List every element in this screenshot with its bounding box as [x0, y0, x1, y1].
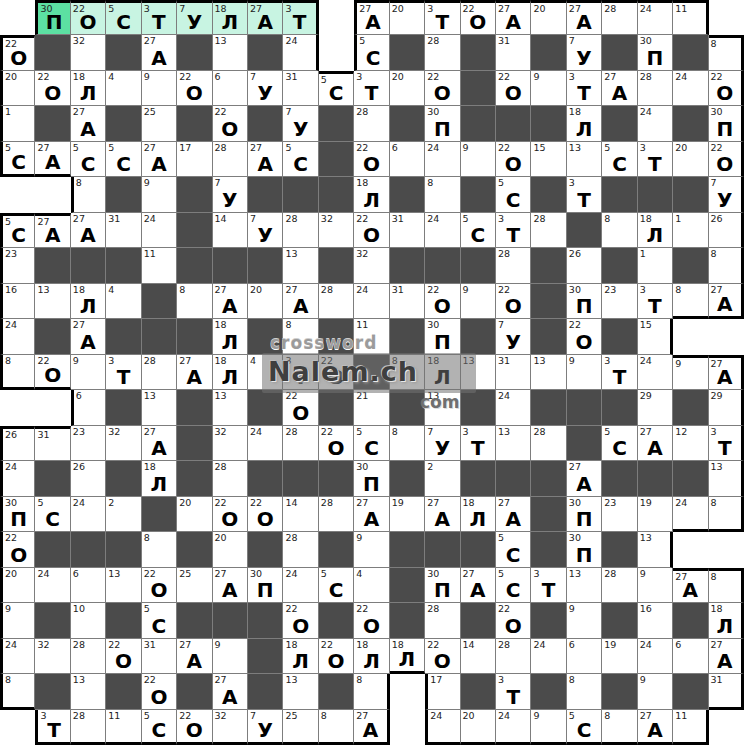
cell-r17-c10[interactable]: 22О	[354, 603, 389, 638]
cell-r6-c4[interactable]: 24	[142, 213, 177, 248]
cell-r18-c3[interactable]: 22О	[106, 639, 141, 674]
cell-r11-c10[interactable]: 21	[354, 390, 389, 425]
cell-r4-c14[interactable]: 22О	[496, 142, 531, 177]
cell-r2-c9[interactable]: 5С	[319, 71, 354, 106]
cell-r8-c12[interactable]: 22О	[425, 284, 460, 319]
cell-r16-c10[interactable]: 4	[354, 568, 389, 603]
cell-r18-c18[interactable]: 24	[638, 639, 673, 674]
cell-r20-c13[interactable]: 20	[461, 710, 496, 745]
cell-r7-c18[interactable]: 1	[638, 248, 673, 283]
cell-r12-c7[interactable]: 24	[248, 426, 283, 461]
cell-r5-c4[interactable]: 9	[142, 177, 177, 212]
cell-r6-c6[interactable]: 14	[213, 213, 248, 248]
cell-r6-c12[interactable]: 24	[425, 213, 460, 248]
cell-r20-c16[interactable]: 5С	[567, 710, 602, 745]
cell-r11-c2[interactable]: 6	[71, 390, 106, 425]
cell-r12-c20[interactable]: 3Т	[709, 426, 744, 461]
cell-r6-c18[interactable]: 18Л	[638, 213, 673, 248]
cell-r3-c4[interactable]: 25	[142, 106, 177, 141]
cell-r11-c18[interactable]: 29	[638, 390, 673, 425]
cell-r16-c16[interactable]: 13	[567, 568, 602, 603]
cell-r17-c16[interactable]: 9	[567, 603, 602, 638]
cell-r19-c6[interactable]: 27А	[213, 674, 248, 709]
cell-r4-c19[interactable]: 20	[673, 142, 708, 177]
cell-r17-c20[interactable]: 18Л	[709, 603, 744, 638]
cell-r14-c11[interactable]: 19	[390, 497, 425, 532]
cell-r11-c14[interactable]: 24	[496, 390, 531, 425]
cell-r6-c3[interactable]: 31	[106, 213, 141, 248]
cell-r6-c13[interactable]: 5С	[461, 213, 496, 248]
cell-r16-c13[interactable]: 27А	[461, 568, 496, 603]
cell-r4-c1[interactable]: 27А	[35, 142, 70, 177]
clue-cell-6[interactable]: 27А	[248, 0, 283, 35]
cell-r1-c0[interactable]: 22О	[0, 35, 35, 70]
cell-r18-c10[interactable]: 18Л	[354, 639, 389, 674]
cell-r16-c6[interactable]: 27А	[213, 568, 248, 603]
cell-r19-c2[interactable]: 13	[71, 674, 106, 709]
cell-r16-c2[interactable]: 6	[71, 568, 106, 603]
cell-r4-c2[interactable]: 5С	[71, 142, 106, 177]
cell-r14-c3[interactable]: 2	[106, 497, 141, 532]
cell-r7-c16[interactable]: 26	[567, 248, 602, 283]
cell-r14-c13[interactable]: 18Л	[461, 497, 496, 532]
cell-r17-c0[interactable]: 9	[0, 603, 35, 638]
cell-r17-c4[interactable]: 5С	[142, 603, 177, 638]
cell-r6-c14[interactable]: 3Т	[496, 213, 531, 248]
cell-r15-c14[interactable]: 5С	[496, 532, 531, 567]
cell-r12-c11[interactable]: 8	[390, 426, 425, 461]
cell-r3-c2[interactable]: 27А	[71, 106, 106, 141]
cell-r19-c12[interactable]: 17	[425, 674, 460, 709]
cell-r8-c11[interactable]: 31	[390, 284, 425, 319]
cell-r18-c19[interactable]: 6	[673, 639, 708, 674]
cell-r18-c15[interactable]: 24	[531, 639, 566, 674]
cell-r16-c4[interactable]: 22О	[142, 568, 177, 603]
cell-r2-c18[interactable]: 28	[638, 71, 673, 106]
cell-r10-c3[interactable]: 3Т	[106, 355, 141, 390]
cell-r1-c14[interactable]: 31	[496, 35, 531, 70]
cell-r12-c12[interactable]: 7У	[425, 426, 460, 461]
cell-r8-c20[interactable]: 27А	[709, 284, 744, 319]
cell-r18-c8[interactable]: 18Л	[283, 639, 318, 674]
cell-r1-c4[interactable]: 27А	[142, 35, 177, 70]
cell-r19-c16[interactable]: 8	[567, 674, 602, 709]
cell-r13-c2[interactable]: 26	[71, 461, 106, 496]
cell-r20-c1[interactable]: 3Т	[35, 710, 70, 745]
cell-r10-c16[interactable]: 9	[567, 355, 602, 390]
cell-r14-c1[interactable]: 5С	[35, 497, 70, 532]
cell-r19-c14[interactable]: 3Т	[496, 674, 531, 709]
cell-r9-c16[interactable]: 22О	[567, 319, 602, 354]
cell-r8-c9[interactable]: 28	[319, 284, 354, 319]
cell-r12-c15[interactable]: 28	[531, 426, 566, 461]
cell-r2-c15[interactable]: 9	[531, 71, 566, 106]
cell-r20-c12[interactable]: 24	[425, 710, 460, 745]
cell-r20-c9[interactable]: 8	[319, 710, 354, 745]
cell-r20-c4[interactable]: 5С	[142, 710, 177, 745]
cell-r19-c8[interactable]: 13	[283, 674, 318, 709]
cell-r3-c12[interactable]: 30П	[425, 106, 460, 141]
cell-r16-c18[interactable]: 9	[638, 568, 673, 603]
clue-cell-3[interactable]: 3Т	[142, 0, 177, 35]
cell-r6-c20[interactable]: 26	[709, 213, 744, 248]
cell-r9-c0[interactable]: 24	[0, 319, 35, 354]
cell-r12-c14[interactable]: 13	[496, 426, 531, 461]
cell-r20-c14[interactable]: 24	[496, 710, 531, 745]
cell-r8-c1[interactable]: 13	[35, 284, 70, 319]
cell-r13-c16[interactable]: 27А	[567, 461, 602, 496]
cell-r2-c20[interactable]: 22О	[709, 71, 744, 106]
cell-r2-c1[interactable]: 22О	[35, 71, 70, 106]
cell-r8-c6[interactable]: 27А	[213, 284, 248, 319]
cell-r14-c12[interactable]: 27А	[425, 497, 460, 532]
cell-r9-c14[interactable]: 7У	[496, 319, 531, 354]
cell-r2-c16[interactable]: 3Т	[567, 71, 602, 106]
cell-r8-c5[interactable]: 8	[177, 284, 212, 319]
cell-r20-c15[interactable]: 9	[531, 710, 566, 745]
cell-r8-c10[interactable]: 24	[354, 284, 389, 319]
cell-letter: О	[363, 616, 380, 638]
cell-r12-c13[interactable]: 3Т	[461, 426, 496, 461]
cell-r2-c0[interactable]: 20	[0, 71, 35, 106]
cell-r4-c7[interactable]: 27А	[248, 142, 283, 177]
cell-r20-c7[interactable]: 7У	[248, 710, 283, 745]
cell-r13-c4[interactable]: 18Л	[142, 461, 177, 496]
cell-r18-c5[interactable]: 27А	[177, 639, 212, 674]
cell-r17-c2[interactable]: 10	[71, 603, 106, 638]
cell-r3-c0[interactable]: 1	[0, 106, 35, 141]
cell-r8-c3[interactable]: 4	[106, 284, 141, 319]
cell-r11-c4[interactable]: 13	[142, 390, 177, 425]
cell-r17-c12[interactable]: 28	[425, 603, 460, 638]
cell-r14-c6[interactable]: 22О	[213, 497, 248, 532]
cell-r4-c16[interactable]: 13	[567, 142, 602, 177]
cell-r1-c20[interactable]: 8	[709, 35, 744, 70]
clue-cell-5[interactable]: 18Л	[213, 0, 248, 35]
cell-r12-c10[interactable]: 5С	[354, 426, 389, 461]
cell-r2-c4[interactable]: 9	[142, 71, 177, 106]
cell-r16-c19[interactable]: 27А	[673, 568, 708, 603]
cell-r13-c6[interactable]: 28	[213, 461, 248, 496]
cell-r18-c16[interactable]: 6	[567, 639, 602, 674]
cell-r16-c14[interactable]: 5С	[496, 568, 531, 603]
cell-r9-c18[interactable]: 15	[638, 319, 673, 354]
cell-r9-c2[interactable]: 27А	[71, 319, 106, 354]
cell-r12-c0[interactable]: 26	[0, 426, 35, 461]
cell-r8-c14[interactable]: 22О	[496, 284, 531, 319]
cell-r14-c17[interactable]: 23	[602, 497, 637, 532]
cell-r6-c15[interactable]: 28	[531, 213, 566, 248]
cell-r18-c11[interactable]: 18Л	[390, 639, 425, 674]
cell-r1-c10[interactable]: 5С	[354, 35, 389, 70]
cell-r14-c2[interactable]: 24	[71, 497, 106, 532]
cell-r10-c17[interactable]: 3Т	[602, 355, 637, 390]
cell-r2-c17[interactable]: 27А	[602, 71, 637, 106]
cell-r3-c18[interactable]: 24	[638, 106, 673, 141]
cell-r10-c2[interactable]: 9	[71, 355, 106, 390]
cell-r1-c16[interactable]: 7У	[567, 35, 602, 70]
cell-number: 28	[215, 142, 227, 153]
cell-r16-c5[interactable]: 25	[177, 568, 212, 603]
cell-r16-c8[interactable]: 24	[283, 568, 318, 603]
cell-r5-c10[interactable]: 18Л	[354, 177, 389, 212]
cell-r10-c19[interactable]: 9	[673, 355, 708, 390]
cell-r10-c5[interactable]: 27А	[177, 355, 212, 390]
cell-r5-c16[interactable]: 3Т	[567, 177, 602, 212]
cell-r19-c20[interactable]: 31	[709, 674, 744, 709]
cell-r6-c8[interactable]: 28	[283, 213, 318, 248]
cell-r1-c18[interactable]: 30П	[638, 35, 673, 70]
cell-r10-c15[interactable]: 13	[531, 355, 566, 390]
cell-r9-c12[interactable]: 30П	[425, 319, 460, 354]
clue-cell-2[interactable]: 5С	[106, 0, 141, 35]
cell-r6-c17[interactable]: 8	[602, 213, 637, 248]
cell-r2-c7[interactable]: 7У	[248, 71, 283, 106]
cell-r5-c2[interactable]: 8	[71, 177, 106, 212]
cell-r13-c10[interactable]: 30П	[354, 461, 389, 496]
cell-r18-c0[interactable]: 24	[0, 639, 35, 674]
cell-r11-c8[interactable]: 22О	[283, 390, 318, 425]
cell-r8-c17[interactable]: 23	[602, 284, 637, 319]
cell-r14-c8[interactable]: 14	[283, 497, 318, 532]
cell-r2-c8[interactable]: 31	[283, 71, 318, 106]
cell-r15-c10[interactable]: 9	[354, 532, 389, 567]
cell-r16-c7[interactable]: 30П	[248, 568, 283, 603]
cell-r13-c0[interactable]: 24	[0, 461, 35, 496]
cell-r20-c18[interactable]: 27А	[638, 710, 673, 745]
cell-r18-c4[interactable]: 31	[142, 639, 177, 674]
cell-r7-c14[interactable]: 28	[496, 248, 531, 283]
cell-r14-c10[interactable]: 27А	[354, 497, 389, 532]
cell-r18-c2[interactable]: 28	[71, 639, 106, 674]
cell-r17-c14[interactable]: 22О	[496, 603, 531, 638]
cell-r18-c17[interactable]: 19	[602, 639, 637, 674]
cell-r1-c6[interactable]: 13	[213, 35, 248, 70]
cell-r14-c18[interactable]: 19	[638, 497, 673, 532]
cell-r4-c10[interactable]: 22О	[354, 142, 389, 177]
cell-r0-c12[interactable]: 3Т	[425, 0, 460, 35]
cell-r11-c20[interactable]: 29	[709, 390, 744, 425]
cell-r4-c20[interactable]: 22О	[709, 142, 744, 177]
cell-r4-c17[interactable]: 5С	[602, 142, 637, 177]
cell-r3-c8[interactable]: 7У	[283, 106, 318, 141]
cell-r0-c17[interactable]: 28	[602, 0, 637, 35]
cell-r4-c11[interactable]: 6	[390, 142, 425, 177]
cell-r20-c3[interactable]: 11	[106, 710, 141, 745]
cell-r8-c0[interactable]: 16	[0, 284, 35, 319]
cell-r5-c20[interactable]: 7У	[709, 177, 744, 212]
cell-r4-c13[interactable]: 9	[461, 142, 496, 177]
cell-r4-c4[interactable]: 27А	[142, 142, 177, 177]
cell-r0-c18[interactable]: 24	[638, 0, 673, 35]
cell-r4-c3[interactable]: 5С	[106, 142, 141, 177]
cell-r16-c1[interactable]: 24	[35, 568, 70, 603]
cell-number: 24	[498, 710, 510, 721]
cell-r14-c20[interactable]: 8	[709, 497, 744, 532]
cell-r2-c6[interactable]: 6	[213, 71, 248, 106]
cell-r4-c8[interactable]: 5С	[283, 142, 318, 177]
cell-r0-c10[interactable]: 27А	[354, 0, 389, 35]
cell-r2-c10[interactable]: 3Т	[354, 71, 389, 106]
cell-r14-c16[interactable]: 30П	[567, 497, 602, 532]
cell-r16-c9[interactable]: 5С	[319, 568, 354, 603]
cell-r7-c0[interactable]: 23	[0, 248, 35, 283]
cell-r19-c18[interactable]: 9	[638, 674, 673, 709]
cell-r5-c6[interactable]: 7У	[213, 177, 248, 212]
cell-r9-c6[interactable]: 18Л	[213, 319, 248, 354]
clue-cell-4[interactable]: 7У	[177, 0, 212, 35]
cell-r3-c20[interactable]: 30П	[709, 106, 744, 141]
cell-r6-c9[interactable]: 32	[319, 213, 354, 248]
cell-r12-c3[interactable]: 32	[106, 426, 141, 461]
cell-r6-c19[interactable]: 1	[673, 213, 708, 248]
cell-r4-c6[interactable]: 28	[213, 142, 248, 177]
cell-r19-c4[interactable]: 22О	[142, 674, 177, 709]
cell-r2-c19[interactable]: 24	[673, 71, 708, 106]
cell-r1-c12[interactable]: 28	[425, 35, 460, 70]
cell-r14-c5[interactable]: 20	[177, 497, 212, 532]
cell-r6-c1[interactable]: 27А	[35, 213, 70, 248]
cell-r15-c8[interactable]: 28	[283, 532, 318, 567]
clue-cell-7[interactable]: 3Т	[283, 0, 318, 35]
cell-r7-c10[interactable]: 32	[354, 248, 389, 283]
cell-r6-c11[interactable]: 31	[390, 213, 425, 248]
cell-r12-c19[interactable]: 12	[673, 426, 708, 461]
cell-r10-c0[interactable]: 8	[0, 355, 35, 390]
cell-r12-c8[interactable]: 28	[283, 426, 318, 461]
cell-r19-c10[interactable]: 8	[354, 674, 389, 709]
cell-r20-c19[interactable]: 11	[673, 710, 708, 745]
cell-r2-c12[interactable]: 22О	[425, 71, 460, 106]
cell-r16-c20[interactable]: 8	[709, 568, 744, 603]
cell-r2-c14[interactable]: 22О	[496, 71, 531, 106]
cell-r4-c0[interactable]: 5С	[0, 142, 35, 177]
cell-r0-c19[interactable]: 11	[673, 0, 708, 35]
cell-r10-c18[interactable]: 24	[638, 355, 673, 390]
cell-r8-c2[interactable]: 18Л	[71, 284, 106, 319]
cell-r12-c17[interactable]: 5С	[602, 426, 637, 461]
cell-r13-c20[interactable]: 13	[709, 461, 744, 496]
cell-r2-c5[interactable]: 22О	[177, 71, 212, 106]
cell-r1-c8[interactable]: 24	[283, 35, 318, 70]
clue-cell-1[interactable]: 22О	[71, 0, 106, 35]
clue-cell-0[interactable]: 30П	[35, 0, 70, 35]
cell-r10-c6[interactable]: 18Л	[213, 355, 248, 390]
cell-r18-c13[interactable]: 14	[461, 639, 496, 674]
cell-r16-c3[interactable]: 13	[106, 568, 141, 603]
cell-r20-c6[interactable]: 32	[213, 710, 248, 745]
cell-r0-c11[interactable]: 20	[390, 0, 425, 35]
cell-r17-c8[interactable]: 22О	[283, 603, 318, 638]
cell-r0-c15[interactable]: 20	[531, 0, 566, 35]
cell-r18-c20[interactable]: 27А	[709, 639, 744, 674]
cell-r19-c0[interactable]: 8	[0, 674, 35, 709]
cell-r12-c2[interactable]: 23	[71, 426, 106, 461]
cell-r8-c8[interactable]: 27А	[283, 284, 318, 319]
cell-r17-c18[interactable]: 16	[638, 603, 673, 638]
cell-r8-c7[interactable]: 20	[248, 284, 283, 319]
cell-r20-c8[interactable]: 25	[283, 710, 318, 745]
cell-r5-c3	[106, 177, 141, 212]
cell-r18-c12[interactable]: 22О	[425, 639, 460, 674]
cell-r16-c12[interactable]: 30П	[425, 568, 460, 603]
cell-r3-c10[interactable]: 28	[354, 106, 389, 141]
cell-r20-c5[interactable]: 22О	[177, 710, 212, 745]
cell-r10-c4[interactable]: 28	[142, 355, 177, 390]
cell-r20-c10[interactable]: 27А	[354, 710, 389, 745]
cell-r16-c17[interactable]: 28	[602, 568, 637, 603]
cell-r4-c18[interactable]: 3Т	[638, 142, 673, 177]
cell-r0-c14[interactable]: 27А	[496, 0, 531, 35]
cell-r3-c6[interactable]: 22О	[213, 106, 248, 141]
cell-r11-c6[interactable]: 13	[213, 390, 248, 425]
cell-r2-c3[interactable]: 4	[106, 71, 141, 106]
cell-r2-c2[interactable]: 18Л	[71, 71, 106, 106]
cell-r14-c0[interactable]: 30П	[0, 497, 35, 532]
cell-r18-c14[interactable]: 28	[496, 639, 531, 674]
cell-r12-c4[interactable]: 27А	[142, 426, 177, 461]
cell-r18-c6[interactable]: 9	[213, 639, 248, 674]
cell-r5-c12[interactable]: 8	[425, 177, 460, 212]
cell-r8-c18[interactable]: 3Т	[638, 284, 673, 319]
cell-r4-c5[interactable]: 17	[177, 142, 212, 177]
cell-r12-c6[interactable]: 32	[213, 426, 248, 461]
cell-r0-c13[interactable]: 22О	[461, 0, 496, 35]
cell-r7-c8[interactable]: 13	[283, 248, 318, 283]
cell-r13-c12[interactable]: 2	[425, 461, 460, 496]
cell-r0-c16[interactable]: 27А	[567, 0, 602, 35]
cell-r1-c11	[390, 35, 425, 70]
cell-r15-c16[interactable]: 30П	[567, 532, 602, 567]
cell-r14-c7[interactable]: 22О	[248, 497, 283, 532]
cell-r15-c4[interactable]: 8	[142, 532, 177, 567]
cell-r6-c10[interactable]: 22О	[354, 213, 389, 248]
cell-r20-c2[interactable]: 28	[71, 710, 106, 745]
cell-r10-c1[interactable]: 22О	[35, 355, 70, 390]
cell-r18-c1[interactable]: 32	[35, 639, 70, 674]
cell-r5-c14[interactable]: 5С	[496, 177, 531, 212]
cell-r2-c11[interactable]: 20	[390, 71, 425, 106]
cell-r14-c14[interactable]: 27А	[496, 497, 531, 532]
cell-r12-c9[interactable]: 22О	[319, 426, 354, 461]
cell-r20-c17[interactable]: 8	[602, 710, 637, 745]
cell-r12-c18[interactable]: 27А	[638, 426, 673, 461]
cell-r8-c13[interactable]: 9	[461, 284, 496, 319]
cell-r6-c0[interactable]: 5С	[0, 213, 35, 248]
cell-r15-c0[interactable]: 22О	[0, 532, 35, 567]
cell-r3-c16[interactable]: 18Л	[567, 106, 602, 141]
cell-r15-c6[interactable]: 20	[213, 532, 248, 567]
cell-r14-c19[interactable]: 24	[673, 497, 708, 532]
cell-r4-c12[interactable]: 24	[425, 142, 460, 177]
cell-r16-c0[interactable]: 20	[0, 568, 35, 603]
cell-r6-c2[interactable]: 27А	[71, 213, 106, 248]
cell-r10-c20[interactable]: 27А	[709, 355, 744, 390]
cell-r8-c16[interactable]: 30П	[567, 284, 602, 319]
cell-r18-c9[interactable]: 22О	[319, 639, 354, 674]
cell-r7-c20[interactable]: 8	[709, 248, 744, 283]
cell-r10-c14[interactable]: 31	[496, 355, 531, 390]
cell-r1-c2[interactable]: 32	[71, 35, 106, 70]
cell-r7-c4[interactable]: 11	[142, 248, 177, 283]
cell-r8-c19[interactable]: 8	[673, 284, 708, 319]
cell-r15-c18[interactable]: 13	[638, 532, 673, 567]
cell-r14-c9[interactable]: 28	[319, 497, 354, 532]
cell-r4-c15[interactable]: 15	[531, 142, 566, 177]
cell-r6-c7[interactable]: 7У	[248, 213, 283, 248]
cell-r12-c1[interactable]: 31	[35, 426, 70, 461]
cell-r16-c15[interactable]: 3Т	[531, 568, 566, 603]
